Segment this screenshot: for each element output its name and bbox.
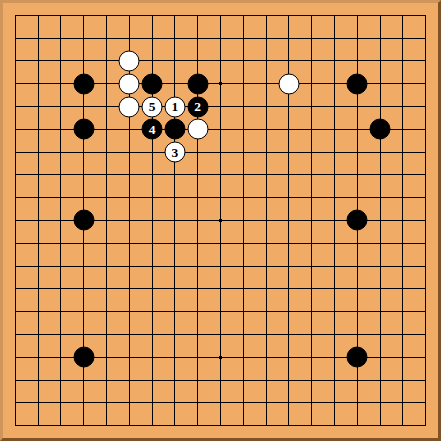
board-cell[interactable] — [4, 27, 27, 50]
board-cell[interactable] — [209, 277, 232, 300]
board-cell[interactable] — [50, 255, 73, 278]
board-cell[interactable] — [369, 255, 392, 278]
board-cell[interactable] — [72, 209, 95, 232]
board-cell[interactable] — [323, 232, 346, 255]
board-cell[interactable] — [255, 50, 278, 73]
board-cell[interactable] — [27, 346, 50, 369]
board-cell[interactable] — [209, 346, 232, 369]
board-cell[interactable] — [164, 346, 187, 369]
board-cell[interactable] — [369, 141, 392, 164]
board-cell[interactable] — [414, 118, 437, 141]
board-cell[interactable] — [232, 141, 255, 164]
board-cell[interactable] — [72, 141, 95, 164]
board-cell[interactable] — [95, 300, 118, 323]
board-cell[interactable] — [391, 369, 414, 392]
board-cell[interactable] — [118, 414, 141, 437]
board-cell[interactable] — [50, 27, 73, 50]
board-cell[interactable] — [118, 277, 141, 300]
board-cell[interactable] — [72, 300, 95, 323]
board-cell[interactable] — [95, 4, 118, 27]
board-cell[interactable] — [50, 277, 73, 300]
board-cell[interactable] — [300, 95, 323, 118]
board-cell[interactable] — [391, 186, 414, 209]
board-cell[interactable] — [118, 164, 141, 187]
board-cell[interactable] — [4, 232, 27, 255]
board-cell[interactable] — [50, 346, 73, 369]
board-cell[interactable] — [323, 346, 346, 369]
board-cell[interactable] — [255, 186, 278, 209]
board-cell[interactable] — [141, 369, 164, 392]
board-cell[interactable] — [369, 209, 392, 232]
board-cell[interactable] — [369, 323, 392, 346]
board-cell[interactable] — [277, 346, 300, 369]
board-cell[interactable] — [232, 27, 255, 50]
board-cell[interactable] — [300, 323, 323, 346]
board-cell[interactable] — [95, 164, 118, 187]
board-cell[interactable] — [300, 4, 323, 27]
board-cell[interactable] — [186, 118, 209, 141]
board-cell[interactable] — [209, 323, 232, 346]
board-cell[interactable] — [118, 209, 141, 232]
board-cell[interactable] — [300, 164, 323, 187]
board-cell[interactable] — [164, 255, 187, 278]
board-cell[interactable] — [4, 118, 27, 141]
board-cell[interactable] — [4, 391, 27, 414]
board-cell[interactable] — [141, 4, 164, 27]
board-cell[interactable] — [300, 118, 323, 141]
board-cell[interactable]: 2 — [186, 95, 209, 118]
board-cell[interactable] — [72, 50, 95, 73]
board-cell[interactable] — [4, 4, 27, 27]
board-cell[interactable] — [50, 50, 73, 73]
board-cell[interactable] — [4, 50, 27, 73]
board-cell[interactable] — [369, 414, 392, 437]
board-cell[interactable] — [186, 232, 209, 255]
board-cell[interactable] — [414, 164, 437, 187]
board-cell[interactable] — [50, 186, 73, 209]
board-cell[interactable] — [414, 27, 437, 50]
board-cell[interactable] — [277, 255, 300, 278]
board-cell[interactable] — [50, 323, 73, 346]
board-cell[interactable] — [391, 27, 414, 50]
board-cell[interactable] — [414, 141, 437, 164]
board-cell[interactable] — [141, 72, 164, 95]
board-cell[interactable] — [50, 300, 73, 323]
board-cell[interactable] — [72, 27, 95, 50]
board-cell[interactable] — [95, 50, 118, 73]
board-cell[interactable] — [346, 391, 369, 414]
board-cell[interactable] — [300, 391, 323, 414]
board-cell[interactable] — [255, 27, 278, 50]
board-cell[interactable] — [72, 4, 95, 27]
board-cell[interactable] — [346, 141, 369, 164]
board-cell[interactable] — [27, 50, 50, 73]
board-cell[interactable] — [27, 209, 50, 232]
board-cell[interactable] — [27, 255, 50, 278]
board-cell[interactable] — [346, 414, 369, 437]
board-cell[interactable] — [4, 72, 27, 95]
board-cell[interactable] — [414, 95, 437, 118]
board-cell[interactable] — [346, 186, 369, 209]
board-cell[interactable] — [369, 300, 392, 323]
board-cell[interactable] — [391, 323, 414, 346]
board-cell[interactable] — [118, 232, 141, 255]
board-cell[interactable] — [391, 414, 414, 437]
board-cell[interactable] — [95, 95, 118, 118]
board-cell[interactable] — [391, 50, 414, 73]
board-cell[interactable] — [95, 346, 118, 369]
board-cell[interactable] — [72, 346, 95, 369]
board-cell[interactable] — [300, 186, 323, 209]
board-cell[interactable] — [164, 4, 187, 27]
board-cell[interactable] — [72, 255, 95, 278]
board-cell[interactable] — [209, 414, 232, 437]
board-cell[interactable] — [164, 323, 187, 346]
board-cell[interactable] — [27, 141, 50, 164]
board-cell[interactable] — [232, 209, 255, 232]
board-cell[interactable] — [369, 4, 392, 27]
board-cell[interactable] — [232, 95, 255, 118]
board-cell[interactable] — [50, 414, 73, 437]
board-cell[interactable] — [141, 164, 164, 187]
board-cell[interactable] — [209, 141, 232, 164]
board-cell[interactable] — [232, 232, 255, 255]
board-cell[interactable] — [255, 277, 278, 300]
board-cell[interactable] — [141, 300, 164, 323]
board-cell[interactable] — [255, 95, 278, 118]
board-cell[interactable] — [50, 95, 73, 118]
board-cell[interactable] — [141, 27, 164, 50]
board-cell[interactable] — [255, 118, 278, 141]
board-cell[interactable] — [95, 391, 118, 414]
board-cell[interactable] — [300, 209, 323, 232]
board-cell[interactable] — [232, 414, 255, 437]
board-cell[interactable] — [323, 300, 346, 323]
board-cell[interactable] — [95, 323, 118, 346]
board-cell[interactable] — [414, 72, 437, 95]
board-cell[interactable] — [300, 141, 323, 164]
board-cell[interactable] — [118, 300, 141, 323]
board-cell[interactable] — [72, 164, 95, 187]
board-cell[interactable] — [186, 323, 209, 346]
board-cell[interactable] — [50, 4, 73, 27]
board-cell[interactable] — [414, 255, 437, 278]
board-cell[interactable] — [414, 186, 437, 209]
board-cell[interactable] — [72, 72, 95, 95]
board-cell[interactable] — [414, 4, 437, 27]
board-cell[interactable] — [277, 209, 300, 232]
board-cell[interactable] — [277, 277, 300, 300]
board-cell[interactable] — [300, 27, 323, 50]
board-cell[interactable] — [141, 141, 164, 164]
board-cell[interactable]: 5 — [141, 95, 164, 118]
board-cell[interactable]: 4 — [141, 118, 164, 141]
board-cell[interactable] — [141, 50, 164, 73]
board-cell[interactable] — [346, 346, 369, 369]
board-cell[interactable] — [414, 323, 437, 346]
board-cell[interactable] — [186, 209, 209, 232]
board-cell[interactable] — [50, 391, 73, 414]
board-cell[interactable] — [391, 164, 414, 187]
board-cell[interactable] — [95, 369, 118, 392]
board-cell[interactable] — [4, 414, 27, 437]
board-cell[interactable] — [255, 414, 278, 437]
board-cell[interactable] — [27, 277, 50, 300]
board-cell[interactable] — [346, 50, 369, 73]
board-cell[interactable] — [232, 72, 255, 95]
board-cell[interactable] — [95, 72, 118, 95]
board-cell[interactable] — [95, 118, 118, 141]
board-cell[interactable] — [369, 72, 392, 95]
board-cell[interactable] — [186, 141, 209, 164]
board-cell[interactable] — [95, 255, 118, 278]
board-cell[interactable] — [346, 369, 369, 392]
board-cell[interactable] — [300, 369, 323, 392]
board-cell[interactable] — [164, 300, 187, 323]
board-cell[interactable] — [118, 323, 141, 346]
board-cell[interactable] — [346, 300, 369, 323]
board-cell[interactable] — [232, 118, 255, 141]
board-cell[interactable] — [391, 118, 414, 141]
board-cell[interactable] — [323, 4, 346, 27]
board-cell[interactable] — [414, 209, 437, 232]
board-cell[interactable] — [4, 95, 27, 118]
board-cell[interactable] — [50, 141, 73, 164]
board-cell[interactable] — [209, 369, 232, 392]
board-cell[interactable] — [323, 72, 346, 95]
board-cell[interactable] — [27, 300, 50, 323]
board-cell[interactable] — [414, 232, 437, 255]
board-cell[interactable] — [323, 369, 346, 392]
board-cell[interactable] — [255, 323, 278, 346]
board-cell[interactable] — [277, 186, 300, 209]
board-cell[interactable] — [369, 391, 392, 414]
board-cell[interactable] — [277, 50, 300, 73]
board-cell[interactable] — [4, 255, 27, 278]
board-cell[interactable] — [95, 186, 118, 209]
board-cell[interactable] — [50, 232, 73, 255]
board-cell[interactable] — [232, 346, 255, 369]
board-cell[interactable] — [50, 209, 73, 232]
board-cell[interactable] — [277, 4, 300, 27]
board-cell[interactable] — [369, 346, 392, 369]
board-cell[interactable] — [50, 164, 73, 187]
board-cell[interactable] — [232, 4, 255, 27]
board-cell[interactable] — [72, 369, 95, 392]
board-cell[interactable] — [255, 255, 278, 278]
board-cell[interactable] — [323, 50, 346, 73]
board-cell[interactable] — [27, 164, 50, 187]
board-cell[interactable] — [255, 164, 278, 187]
board-cell[interactable] — [346, 277, 369, 300]
board-cell[interactable] — [95, 277, 118, 300]
board-cell[interactable] — [27, 391, 50, 414]
board-cell[interactable] — [300, 255, 323, 278]
board-cell[interactable] — [232, 391, 255, 414]
board-cell[interactable] — [72, 391, 95, 414]
board-cell[interactable] — [95, 414, 118, 437]
board-cell[interactable] — [164, 118, 187, 141]
board-cell[interactable] — [277, 414, 300, 437]
board-cell[interactable] — [209, 72, 232, 95]
board-cell[interactable] — [164, 27, 187, 50]
board-cell[interactable] — [164, 369, 187, 392]
board-cell[interactable] — [369, 232, 392, 255]
board-cell[interactable] — [391, 277, 414, 300]
board-cell[interactable] — [323, 141, 346, 164]
board-cell[interactable] — [186, 346, 209, 369]
board-cell[interactable] — [209, 4, 232, 27]
board-cell[interactable] — [141, 186, 164, 209]
board-cell[interactable] — [141, 277, 164, 300]
board-cell[interactable] — [209, 95, 232, 118]
board-cell[interactable] — [300, 72, 323, 95]
board-cell[interactable] — [323, 209, 346, 232]
board-cell[interactable] — [118, 141, 141, 164]
board-cell[interactable] — [95, 232, 118, 255]
board-cell[interactable] — [277, 118, 300, 141]
board-cell[interactable] — [118, 346, 141, 369]
board-cell[interactable] — [4, 346, 27, 369]
board-cell[interactable] — [118, 95, 141, 118]
board-cell[interactable] — [323, 27, 346, 50]
board-cell[interactable] — [369, 277, 392, 300]
board-cell[interactable] — [232, 300, 255, 323]
board-cell[interactable] — [346, 323, 369, 346]
board-cell[interactable] — [232, 369, 255, 392]
board-cell[interactable] — [414, 300, 437, 323]
board-cell[interactable] — [72, 186, 95, 209]
board-cell[interactable] — [414, 369, 437, 392]
board-cell[interactable] — [209, 50, 232, 73]
board-cell[interactable] — [300, 414, 323, 437]
board-cell[interactable] — [27, 232, 50, 255]
board-cell[interactable] — [391, 141, 414, 164]
board-cell[interactable] — [50, 369, 73, 392]
board-cell[interactable] — [414, 50, 437, 73]
board-cell[interactable] — [277, 300, 300, 323]
board-cell[interactable] — [323, 186, 346, 209]
board-cell[interactable] — [4, 323, 27, 346]
board-cell[interactable] — [277, 369, 300, 392]
board-cell[interactable] — [346, 232, 369, 255]
board-cell[interactable] — [323, 391, 346, 414]
board-cell[interactable] — [118, 4, 141, 27]
board-cell[interactable] — [27, 4, 50, 27]
board-cell[interactable] — [391, 255, 414, 278]
board-cell[interactable] — [209, 300, 232, 323]
board-cell[interactable] — [346, 164, 369, 187]
board-cell[interactable] — [27, 72, 50, 95]
board-cell[interactable] — [209, 391, 232, 414]
board-cell[interactable] — [141, 414, 164, 437]
board-cell[interactable] — [50, 118, 73, 141]
board-cell[interactable] — [232, 164, 255, 187]
board-cell[interactable] — [369, 95, 392, 118]
board-cell[interactable] — [232, 277, 255, 300]
board-cell[interactable] — [118, 118, 141, 141]
board-cell[interactable] — [186, 414, 209, 437]
board-cell[interactable] — [369, 186, 392, 209]
board-cell[interactable] — [391, 391, 414, 414]
board-cell[interactable] — [414, 414, 437, 437]
board-cell[interactable] — [118, 27, 141, 50]
board-cell[interactable] — [391, 4, 414, 27]
board-cell[interactable] — [72, 414, 95, 437]
board-cell[interactable] — [277, 95, 300, 118]
board-cell[interactable] — [209, 209, 232, 232]
board-cell[interactable] — [323, 95, 346, 118]
board-cell[interactable] — [95, 209, 118, 232]
board-cell[interactable] — [323, 255, 346, 278]
board-cell[interactable] — [277, 323, 300, 346]
board-cell[interactable] — [232, 323, 255, 346]
board-cell[interactable] — [4, 369, 27, 392]
board-cell[interactable] — [323, 118, 346, 141]
board-cell[interactable] — [118, 50, 141, 73]
board-cell[interactable] — [118, 72, 141, 95]
board-cell[interactable] — [255, 391, 278, 414]
board-cell[interactable] — [4, 209, 27, 232]
board-cell[interactable] — [164, 164, 187, 187]
board-cell[interactable]: 3 — [164, 141, 187, 164]
board-cell[interactable] — [209, 118, 232, 141]
board-cell[interactable] — [141, 209, 164, 232]
board-cell[interactable] — [346, 95, 369, 118]
board-cell[interactable] — [186, 27, 209, 50]
board-cell[interactable] — [209, 186, 232, 209]
board-cell[interactable] — [369, 27, 392, 50]
board-cell[interactable] — [277, 232, 300, 255]
board-cell[interactable] — [323, 414, 346, 437]
board-cell[interactable] — [300, 300, 323, 323]
board-cell[interactable] — [391, 232, 414, 255]
board-cell[interactable] — [164, 414, 187, 437]
board-cell[interactable] — [4, 141, 27, 164]
board-cell[interactable] — [255, 346, 278, 369]
board-cell[interactable] — [255, 369, 278, 392]
board-cell[interactable] — [346, 4, 369, 27]
board-cell[interactable] — [186, 50, 209, 73]
board-cell[interactable] — [209, 164, 232, 187]
board-cell[interactable] — [186, 255, 209, 278]
board-cell[interactable] — [346, 209, 369, 232]
board-cell[interactable] — [141, 255, 164, 278]
board-cell[interactable] — [346, 255, 369, 278]
board-cell[interactable] — [255, 72, 278, 95]
board-cell[interactable] — [164, 72, 187, 95]
board-cell[interactable] — [300, 277, 323, 300]
board-cell[interactable] — [118, 391, 141, 414]
board-cell[interactable] — [391, 95, 414, 118]
board-cell[interactable] — [186, 300, 209, 323]
board-cell[interactable] — [369, 369, 392, 392]
board-cell[interactable] — [346, 27, 369, 50]
board-cell[interactable] — [255, 232, 278, 255]
board-cell[interactable] — [300, 50, 323, 73]
board-cell[interactable] — [186, 369, 209, 392]
board-cell[interactable] — [27, 323, 50, 346]
board-cell[interactable] — [300, 346, 323, 369]
board-cell[interactable] — [27, 27, 50, 50]
board-cell[interactable] — [186, 277, 209, 300]
board-cell[interactable] — [4, 186, 27, 209]
board-cell[interactable] — [255, 300, 278, 323]
board-cell[interactable] — [186, 186, 209, 209]
board-cell[interactable] — [164, 232, 187, 255]
board-cell[interactable] — [27, 414, 50, 437]
board-cell[interactable] — [209, 27, 232, 50]
